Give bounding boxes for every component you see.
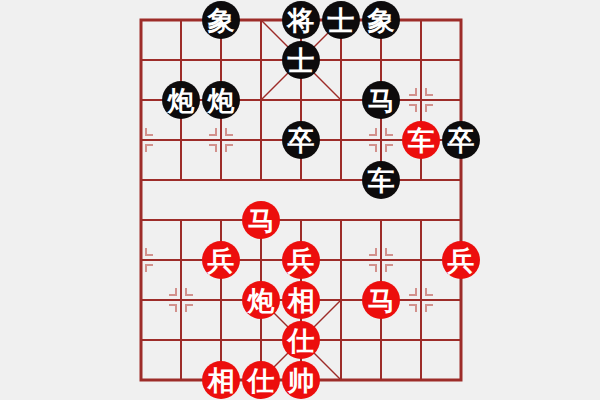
xiangqi-board: 象将士象士炮炮马卒车卒车马兵兵兵炮相马仕相仕帅 bbox=[0, 0, 600, 400]
piece-red-elephant[interactable]: 相 bbox=[282, 281, 320, 319]
piece-black-cannon[interactable]: 炮 bbox=[202, 81, 240, 119]
piece-layer: 象将士象士炮炮马卒车卒车马兵兵兵炮相马仕相仕帅 bbox=[121, 0, 481, 400]
piece-red-advisor[interactable]: 仕 bbox=[242, 361, 280, 399]
piece-black-soldier[interactable]: 卒 bbox=[282, 121, 320, 159]
piece-black-soldier[interactable]: 卒 bbox=[442, 121, 480, 159]
piece-black-general[interactable]: 将 bbox=[282, 1, 320, 39]
piece-red-general[interactable]: 帅 bbox=[282, 361, 320, 399]
piece-black-elephant[interactable]: 象 bbox=[362, 1, 400, 39]
piece-red-soldier[interactable]: 兵 bbox=[202, 241, 240, 279]
piece-black-advisor[interactable]: 士 bbox=[282, 41, 320, 79]
piece-red-advisor[interactable]: 仕 bbox=[282, 321, 320, 359]
piece-red-chariot[interactable]: 车 bbox=[402, 121, 440, 159]
piece-red-cannon[interactable]: 炮 bbox=[242, 281, 280, 319]
piece-black-advisor[interactable]: 士 bbox=[322, 1, 360, 39]
piece-red-soldier[interactable]: 兵 bbox=[282, 241, 320, 279]
piece-black-chariot[interactable]: 车 bbox=[362, 161, 400, 199]
piece-red-horse[interactable]: 马 bbox=[362, 281, 400, 319]
piece-red-soldier[interactable]: 兵 bbox=[442, 241, 480, 279]
piece-black-cannon[interactable]: 炮 bbox=[162, 81, 200, 119]
piece-black-horse[interactable]: 马 bbox=[362, 81, 400, 119]
piece-red-elephant[interactable]: 相 bbox=[202, 361, 240, 399]
piece-black-elephant[interactable]: 象 bbox=[202, 1, 240, 39]
piece-red-horse[interactable]: 马 bbox=[242, 201, 280, 239]
